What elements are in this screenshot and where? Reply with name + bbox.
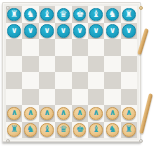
square-c3[interactable]: [39, 89, 55, 106]
piece-wood-bishop-c1[interactable]: ♝: [40, 123, 54, 137]
rook-symbol-icon: ♜: [125, 125, 133, 134]
square-h7[interactable]: ∨: [121, 23, 137, 40]
square-h2[interactable]: ∧: [121, 105, 137, 122]
square-g2[interactable]: ∧: [104, 105, 120, 122]
bishop-symbol-icon: ♝: [43, 10, 51, 19]
square-d7[interactable]: ∨: [55, 23, 71, 40]
snap-stud-bottom-left: [6, 139, 10, 143]
square-c1[interactable]: ♝: [39, 122, 55, 139]
piece-wood-pawn-c2[interactable]: ∧: [40, 107, 54, 121]
piece-teal-pawn-h7[interactable]: ∨: [122, 24, 136, 38]
square-b3[interactable]: [22, 89, 38, 106]
square-a1[interactable]: ♜: [6, 122, 22, 139]
square-b1[interactable]: ♞: [22, 122, 38, 139]
piece-teal-bishop-f8[interactable]: ♝: [89, 8, 103, 22]
square-g4[interactable]: [104, 72, 120, 89]
square-b4[interactable]: [22, 72, 38, 89]
square-h6[interactable]: [121, 39, 137, 56]
piece-teal-bishop-c8[interactable]: ♝: [40, 8, 54, 22]
rook-symbol-icon: ♜: [10, 125, 18, 134]
piece-teal-pawn-e7[interactable]: ∨: [73, 24, 87, 38]
square-c5[interactable]: [39, 56, 55, 73]
square-a5[interactable]: [6, 56, 22, 73]
square-f1[interactable]: ♝: [88, 122, 104, 139]
piece-teal-king-e8[interactable]: ♚: [73, 8, 87, 22]
piece-wood-queen-d1[interactable]: ♛: [57, 123, 71, 137]
square-f3[interactable]: [88, 89, 104, 106]
square-e7[interactable]: ∨: [72, 23, 88, 40]
square-f7[interactable]: ∨: [88, 23, 104, 40]
knight-symbol-icon: ♞: [108, 125, 116, 134]
rook-symbol-icon: ♜: [125, 10, 133, 19]
pawn-symbol-icon: ∧: [93, 109, 100, 117]
knight-symbol-icon: ♞: [108, 10, 116, 19]
snap-stud-top-left: [6, 6, 10, 10]
square-g1[interactable]: ♞: [104, 122, 120, 139]
pawn-symbol-icon: ∧: [44, 109, 51, 117]
square-c6[interactable]: [39, 39, 55, 56]
snap-stud-top-right: [139, 6, 143, 10]
square-c4[interactable]: [39, 72, 55, 89]
pawn-symbol-icon: ∨: [109, 26, 116, 34]
square-a7[interactable]: ∨: [6, 23, 22, 40]
wooden-peg-lower: [139, 93, 152, 134]
pawn-symbol-icon: ∧: [27, 109, 34, 117]
square-d8[interactable]: ♛: [55, 6, 71, 23]
chess-set-photo: ♜♞♝♛♚♝♞♜∨∨∨∨∨∨∨∨∧∧∧∧∧∧∧∧♜♞♝♛♚♝♞♜: [0, 0, 160, 147]
square-a2[interactable]: ∧: [6, 105, 22, 122]
square-c2[interactable]: ∧: [39, 105, 55, 122]
snap-stud-bottom-right: [139, 139, 143, 143]
square-d6[interactable]: [55, 39, 71, 56]
piece-teal-pawn-f7[interactable]: ∨: [89, 24, 103, 38]
queen-symbol-icon: ♛: [59, 125, 67, 134]
piece-wood-pawn-a2[interactable]: ∧: [7, 107, 21, 121]
piece-wood-rook-a1[interactable]: ♜: [7, 123, 21, 137]
square-h8[interactable]: ♜: [121, 6, 137, 23]
piece-teal-rook-h8[interactable]: ♜: [122, 8, 136, 22]
queen-symbol-icon: ♛: [59, 10, 67, 19]
square-g7[interactable]: ∨: [104, 23, 120, 40]
square-b2[interactable]: ∧: [22, 105, 38, 122]
pawn-symbol-icon: ∨: [44, 26, 51, 34]
pawn-symbol-icon: ∧: [126, 109, 133, 117]
square-f5[interactable]: [88, 56, 104, 73]
square-a3[interactable]: [6, 89, 22, 106]
square-c8[interactable]: ♝: [39, 6, 55, 23]
square-a6[interactable]: [6, 39, 22, 56]
square-c7[interactable]: ∨: [39, 23, 55, 40]
pawn-symbol-icon: ∧: [60, 109, 67, 117]
square-e2[interactable]: ∧: [72, 105, 88, 122]
piece-wood-bishop-f1[interactable]: ♝: [89, 123, 103, 137]
square-g6[interactable]: [104, 39, 120, 56]
square-e5[interactable]: [72, 56, 88, 73]
square-f6[interactable]: [88, 39, 104, 56]
piece-wood-knight-g1[interactable]: ♞: [106, 123, 120, 137]
knight-symbol-icon: ♞: [27, 10, 35, 19]
square-g3[interactable]: [104, 89, 120, 106]
piece-wood-rook-h1[interactable]: ♜: [122, 123, 136, 137]
square-h5[interactable]: [121, 56, 137, 73]
square-e6[interactable]: [72, 39, 88, 56]
piece-wood-pawn-d2[interactable]: ∧: [57, 107, 71, 121]
piece-wood-pawn-e2[interactable]: ∧: [73, 107, 87, 121]
square-a4[interactable]: [6, 72, 22, 89]
square-f8[interactable]: ♝: [88, 6, 104, 23]
piece-teal-pawn-g7[interactable]: ∨: [106, 24, 120, 38]
square-d5[interactable]: [55, 56, 71, 73]
square-f4[interactable]: [88, 72, 104, 89]
square-e1[interactable]: ♚: [72, 122, 88, 139]
pawn-symbol-icon: ∨: [11, 26, 18, 34]
piece-teal-knight-g8[interactable]: ♞: [106, 8, 120, 22]
king-symbol-icon: ♚: [76, 10, 84, 19]
piece-wood-pawn-g2[interactable]: ∧: [106, 107, 120, 121]
pawn-symbol-icon: ∨: [76, 26, 83, 34]
square-h3[interactable]: [121, 89, 137, 106]
square-f2[interactable]: ∧: [88, 105, 104, 122]
piece-teal-pawn-c7[interactable]: ∨: [40, 24, 54, 38]
bishop-symbol-icon: ♝: [92, 10, 100, 19]
piece-wood-king-e1[interactable]: ♚: [73, 123, 87, 137]
piece-teal-rook-a8[interactable]: ♜: [7, 8, 21, 22]
chess-board: ♜♞♝♛♚♝♞♜∨∨∨∨∨∨∨∨∧∧∧∧∧∧∧∧♜♞♝♛♚♝♞♜: [6, 6, 137, 138]
bishop-symbol-icon: ♝: [92, 125, 100, 134]
square-b7[interactable]: ∨: [22, 23, 38, 40]
knight-symbol-icon: ♞: [27, 125, 35, 134]
square-b8[interactable]: ♞: [22, 6, 38, 23]
square-e8[interactable]: ♚: [72, 6, 88, 23]
pawn-symbol-icon: ∨: [93, 26, 100, 34]
square-h1[interactable]: ♜: [121, 122, 137, 139]
piece-teal-queen-d8[interactable]: ♛: [57, 8, 71, 22]
pawn-symbol-icon: ∧: [109, 109, 116, 117]
pawn-symbol-icon: ∨: [126, 26, 133, 34]
square-h4[interactable]: [121, 72, 137, 89]
king-symbol-icon: ♚: [76, 125, 84, 134]
square-d4[interactable]: [55, 72, 71, 89]
piece-teal-pawn-a7[interactable]: ∨: [7, 24, 21, 38]
piece-teal-pawn-b7[interactable]: ∨: [24, 24, 38, 38]
piece-wood-knight-b1[interactable]: ♞: [24, 123, 38, 137]
square-b5[interactable]: [22, 56, 38, 73]
piece-teal-knight-b8[interactable]: ♞: [24, 8, 38, 22]
pawn-symbol-icon: ∧: [76, 109, 83, 117]
rook-symbol-icon: ♜: [10, 10, 18, 19]
square-b6[interactable]: [22, 39, 38, 56]
square-e4[interactable]: [72, 72, 88, 89]
chess-board-mat: ♜♞♝♛♚♝♞♜∨∨∨∨∨∨∨∨∧∧∧∧∧∧∧∧♜♞♝♛♚♝♞♜: [2, 2, 141, 142]
piece-teal-pawn-d7[interactable]: ∨: [57, 24, 71, 38]
pawn-symbol-icon: ∨: [60, 26, 67, 34]
piece-wood-pawn-h2[interactable]: ∧: [122, 107, 136, 121]
square-d2[interactable]: ∧: [55, 105, 71, 122]
square-g8[interactable]: ♞: [104, 6, 120, 23]
square-d3[interactable]: [55, 89, 71, 106]
square-d1[interactable]: ♛: [55, 122, 71, 139]
pawn-symbol-icon: ∨: [27, 26, 34, 34]
square-e3[interactable]: [72, 89, 88, 106]
piece-wood-pawn-f2[interactable]: ∧: [89, 107, 103, 121]
square-g5[interactable]: [104, 56, 120, 73]
piece-wood-pawn-b2[interactable]: ∧: [24, 107, 38, 121]
bishop-symbol-icon: ♝: [43, 125, 51, 134]
pawn-symbol-icon: ∧: [11, 109, 18, 117]
